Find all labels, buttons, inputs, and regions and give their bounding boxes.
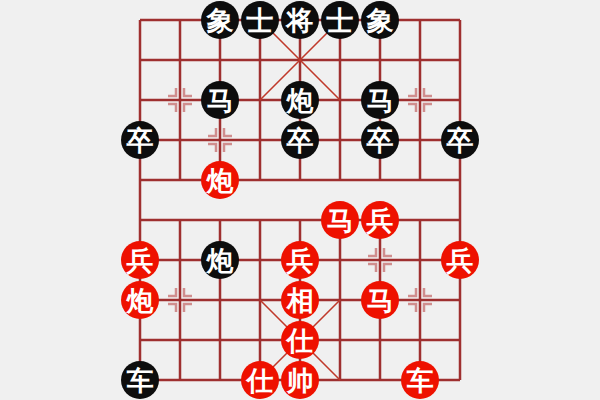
piece-black-soldier[interactable]: 卒	[361, 121, 399, 159]
piece-black-horse[interactable]: 马	[201, 81, 239, 119]
piece-red-cannon[interactable]: 炮	[121, 281, 159, 319]
piece-red-horse[interactable]: 马	[321, 201, 359, 239]
piece-black-soldier[interactable]: 卒	[441, 121, 479, 159]
piece-black-general[interactable]: 将	[281, 1, 319, 39]
piece-black-soldier[interactable]: 卒	[121, 121, 159, 159]
piece-black-horse[interactable]: 马	[361, 81, 399, 119]
piece-red-general[interactable]: 帅	[281, 361, 319, 399]
piece-red-soldier[interactable]: 兵	[361, 201, 399, 239]
xiangqi-screen: 象士将士象马炮马卒卒卒卒炮马兵兵炮兵兵炮相马仕车仕帅车	[0, 0, 600, 400]
piece-red-soldier[interactable]: 兵	[441, 241, 479, 279]
piece-red-soldier[interactable]: 兵	[281, 241, 319, 279]
piece-black-elephant[interactable]: 象	[201, 1, 239, 39]
piece-black-elephant[interactable]: 象	[361, 1, 399, 39]
piece-black-cannon[interactable]: 炮	[281, 81, 319, 119]
piece-red-horse[interactable]: 马	[361, 281, 399, 319]
piece-black-advisor[interactable]: 士	[321, 1, 359, 39]
piece-black-soldier[interactable]: 卒	[281, 121, 319, 159]
piece-red-chariot[interactable]: 车	[401, 361, 439, 399]
piece-red-soldier[interactable]: 兵	[121, 241, 159, 279]
piece-grid[interactable]: 象士将士象马炮马卒卒卒卒炮马兵兵炮兵兵炮相马仕车仕帅车	[120, 0, 480, 400]
piece-red-advisor[interactable]: 仕	[281, 321, 319, 359]
piece-red-elephant[interactable]: 相	[281, 281, 319, 319]
piece-red-advisor[interactable]: 仕	[241, 361, 279, 399]
piece-black-chariot[interactable]: 车	[121, 361, 159, 399]
piece-black-cannon[interactable]: 炮	[201, 241, 239, 279]
piece-red-cannon[interactable]: 炮	[201, 161, 239, 199]
piece-black-advisor[interactable]: 士	[241, 1, 279, 39]
